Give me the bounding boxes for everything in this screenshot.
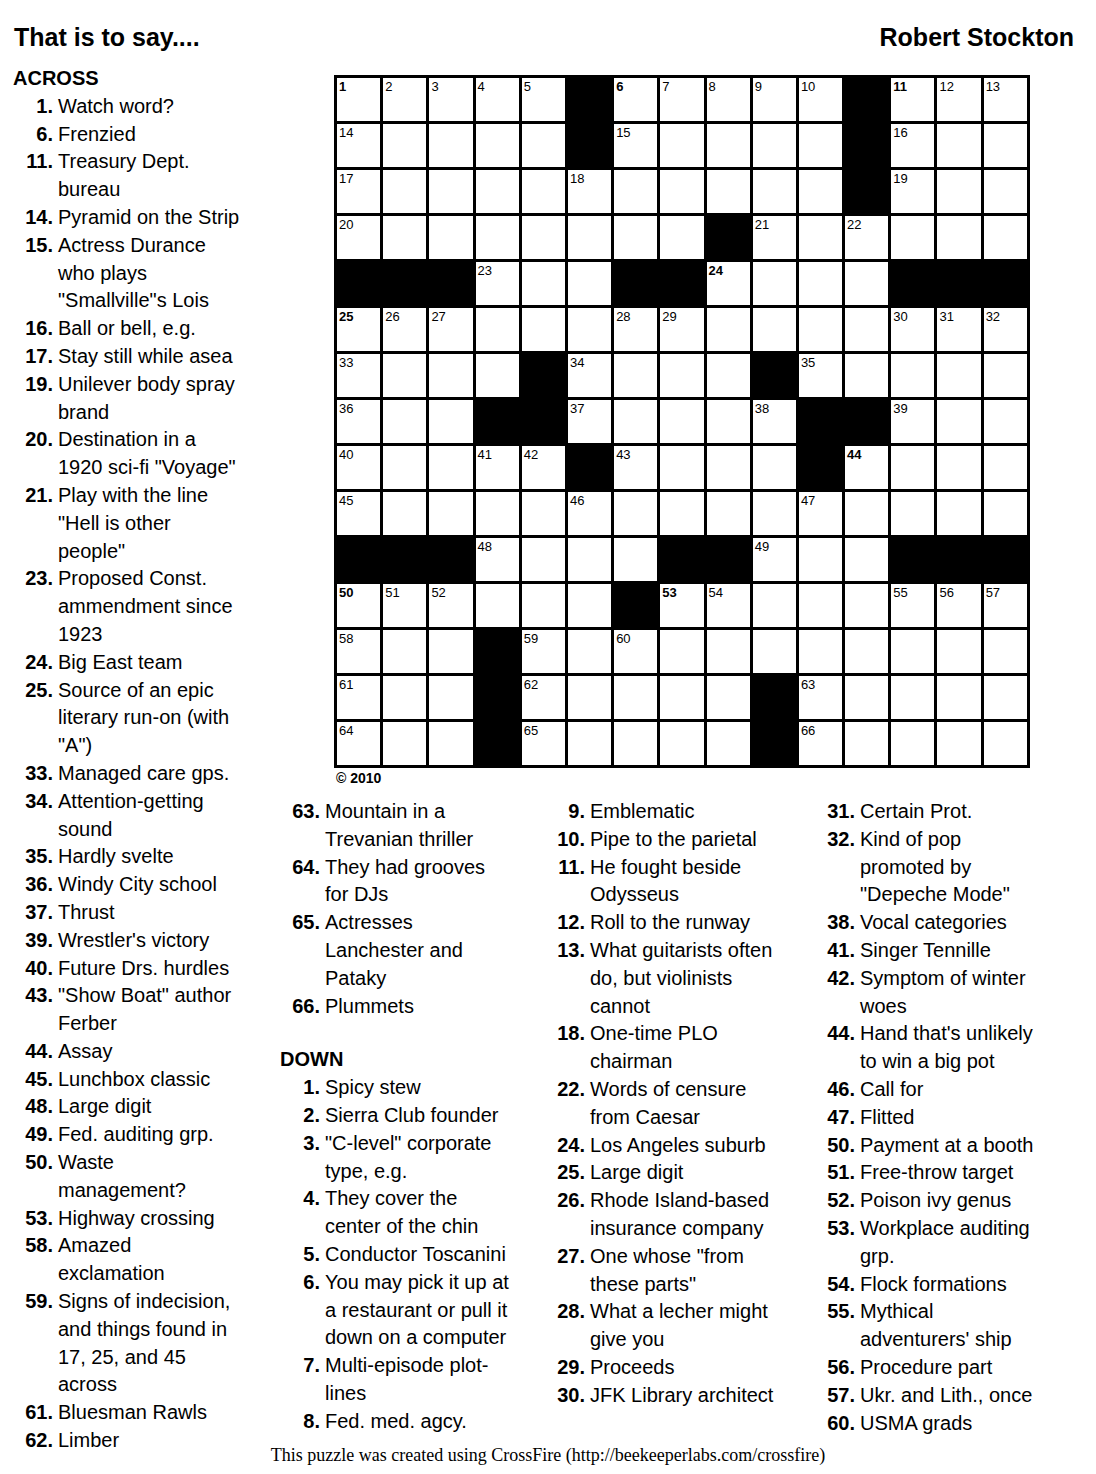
clue-number: 65. (280, 909, 320, 937)
across-clue-25: 25.Source of an epic literary run-on (wi… (13, 677, 241, 760)
clue-text: One-time PLO chairman (590, 1020, 780, 1076)
clue-text: Plummets (325, 993, 510, 1021)
clue-number: 2. (280, 1102, 320, 1130)
clue-number: 31. (815, 798, 855, 826)
grid-cell-6-4[interactable] (476, 308, 519, 351)
grid-cell-2-9[interactable] (707, 124, 750, 167)
grid-cell-3-15[interactable] (984, 170, 1027, 213)
clue-number: 1. (13, 93, 53, 121)
clue-number: 57. (815, 1382, 855, 1410)
grid-cell-8-1[interactable]: 36 (337, 400, 380, 443)
clue-text: Flitted (860, 1104, 1040, 1132)
grid-cell-6-3[interactable]: 27 (429, 308, 472, 351)
grid-cell-14-7[interactable] (614, 676, 657, 719)
grid-cell-6-13[interactable]: 30 (891, 308, 934, 351)
clue-text: Destination in a 1920 sci-fi "Voyage" (58, 426, 241, 482)
grid-cell-2-7[interactable]: 15 (614, 124, 657, 167)
grid-cell-6-7[interactable]: 28 (614, 308, 657, 351)
clue-text: Assay (58, 1038, 241, 1066)
grid-cell-9-8[interactable] (660, 446, 703, 489)
across-clues-column: ACROSS 1.Watch word?6.Frenzied11.Treasur… (13, 65, 241, 1455)
grid-cell-6-12[interactable] (845, 308, 888, 351)
across-clue-40: 40.Future Drs. hurdles (13, 955, 241, 983)
down-clue-38: 38.Vocal categories (815, 909, 1040, 937)
grid-cell-15-1[interactable]: 64 (337, 722, 380, 765)
grid-cell-8-9[interactable] (707, 400, 750, 443)
grid-cell-9-7[interactable]: 43 (614, 446, 657, 489)
block-cell-11-3 (429, 538, 472, 581)
grid-cell-10-15[interactable] (984, 492, 1027, 535)
grid-cell-6-6[interactable] (568, 308, 611, 351)
grid-cell-6-14[interactable]: 31 (937, 308, 980, 351)
grid-cell-9-13[interactable] (891, 446, 934, 489)
clue-text: Certain Prot. (860, 798, 1040, 826)
grid-cell-11-7[interactable] (614, 538, 657, 581)
clue-number: 7. (280, 1352, 320, 1380)
grid-cell-2-11[interactable] (799, 124, 842, 167)
grid-cell-6-5[interactable] (522, 308, 565, 351)
clue-text: Poison ivy genus (860, 1187, 1040, 1215)
grid-cell-8-6[interactable]: 37 (568, 400, 611, 443)
grid-cell-8-8[interactable] (660, 400, 703, 443)
grid-cell-10-11[interactable]: 47 (799, 492, 842, 535)
grid-cell-14-3[interactable] (429, 676, 472, 719)
grid-cell-3-5[interactable] (522, 170, 565, 213)
grid-cell-10-1[interactable]: 45 (337, 492, 380, 535)
grid-cell-15-7[interactable] (614, 722, 657, 765)
crossword-grid: 1234567891011121314151617181920212223242… (334, 75, 1030, 768)
grid-cell-8-14[interactable] (937, 400, 980, 443)
grid-cell-13-11[interactable] (799, 630, 842, 673)
grid-cell-13-15[interactable] (984, 630, 1027, 673)
down-heading: DOWN (280, 1046, 510, 1074)
across-clues-list: 1.Watch word?6.Frenzied11.Treasury Dept.… (13, 93, 241, 1455)
grid-cell-2-10[interactable] (753, 124, 796, 167)
grid-cell-4-7[interactable] (614, 216, 657, 259)
grid-cell-5-5[interactable] (522, 262, 565, 305)
cell-number: 40 (339, 447, 353, 462)
clue-text: They had grooves for DJs (325, 854, 510, 910)
grid-cell-4-1[interactable]: 20 (337, 216, 380, 259)
grid-cell-4-3[interactable] (429, 216, 472, 259)
grid-cell-12-10[interactable] (753, 584, 796, 627)
grid-cell-14-11[interactable]: 63 (799, 676, 842, 719)
grid-cell-1-15[interactable]: 13 (984, 78, 1027, 121)
grid-cell-8-15[interactable] (984, 400, 1027, 443)
clue-number: 11. (545, 854, 585, 882)
grid-cell-1-9[interactable]: 8 (707, 78, 750, 121)
grid-cell-4-5[interactable] (522, 216, 565, 259)
clue-number: 24. (545, 1132, 585, 1160)
grid-cell-13-1[interactable]: 58 (337, 630, 380, 673)
grid-cell-7-9[interactable] (707, 354, 750, 397)
grid-cell-7-7[interactable] (614, 354, 657, 397)
cell-number: 7 (662, 79, 669, 94)
grid-cell-9-14[interactable] (937, 446, 980, 489)
grid-cell-1-7[interactable]: 6 (614, 78, 657, 121)
clue-text: Wrestler's victory (58, 927, 241, 955)
across-clue-37: 37.Thrust (13, 899, 241, 927)
grid-cell-15-3[interactable] (429, 722, 472, 765)
down-clue-53: 53.Workplace auditing grp. (815, 1215, 1040, 1271)
grid-cell-13-5[interactable]: 59 (522, 630, 565, 673)
grid-cell-3-9[interactable] (707, 170, 750, 213)
across-clue-14: 14.Pyramid on the Strip (13, 204, 241, 232)
clue-number: 42. (815, 965, 855, 993)
cell-number: 46 (570, 493, 584, 508)
grid-cell-7-3[interactable] (429, 354, 472, 397)
clue-text: Attention-getting sound (58, 788, 241, 844)
across-clue-11: 11.Treasury Dept. bureau (13, 148, 241, 204)
grid-cell-5-6[interactable] (568, 262, 611, 305)
down-clues-list-continued: 31.Certain Prot.32.Kind of pop promoted … (815, 798, 1040, 1437)
grid-cell-7-13[interactable] (891, 354, 934, 397)
clue-text: Windy City school (58, 871, 241, 899)
clue-text: Roll to the runway (590, 909, 780, 937)
grid-cell-15-6[interactable] (568, 722, 611, 765)
grid-cell-12-9[interactable]: 54 (707, 584, 750, 627)
grid-cell-5-10[interactable] (753, 262, 796, 305)
clue-text: What a lecher might give you (590, 1298, 780, 1354)
grid-cell-10-9[interactable] (707, 492, 750, 535)
grid-cell-9-9[interactable] (707, 446, 750, 489)
grid-cell-12-3[interactable]: 52 (429, 584, 472, 627)
grid-cell-15-8[interactable] (660, 722, 703, 765)
grid-cell-13-10[interactable] (753, 630, 796, 673)
clue-number: 13. (545, 937, 585, 965)
grid-cell-5-11[interactable] (799, 262, 842, 305)
grid-cell-15-2[interactable] (383, 722, 426, 765)
grid-cell-12-4[interactable] (476, 584, 519, 627)
grid-cell-10-6[interactable]: 46 (568, 492, 611, 535)
grid-cell-13-9[interactable] (707, 630, 750, 673)
grid-cell-1-3[interactable]: 3 (429, 78, 472, 121)
grid-cell-10-8[interactable] (660, 492, 703, 535)
grid-cell-1-8[interactable]: 7 (660, 78, 703, 121)
clue-text: Procedure part (860, 1354, 1040, 1382)
grid-cell-4-14[interactable] (937, 216, 980, 259)
clue-text: Emblematic (590, 798, 780, 826)
grid-cell-1-1[interactable]: 1 (337, 78, 380, 121)
clue-number: 29. (545, 1354, 585, 1382)
cell-number: 55 (893, 585, 907, 600)
grid-cell-12-5[interactable] (522, 584, 565, 627)
grid-cell-12-2[interactable]: 51 (383, 584, 426, 627)
grid-cell-2-13[interactable]: 16 (891, 124, 934, 167)
grid-cell-1-4[interactable]: 4 (476, 78, 519, 121)
grid-cell-12-15[interactable]: 57 (984, 584, 1027, 627)
grid-cell-3-14[interactable] (937, 170, 980, 213)
grid-cell-3-2[interactable] (383, 170, 426, 213)
grid-cell-6-11[interactable] (799, 308, 842, 351)
clue-text: Payment at a booth (860, 1132, 1040, 1160)
cell-number: 20 (339, 217, 353, 232)
grid-cell-7-2[interactable] (383, 354, 426, 397)
grid-cell-2-15[interactable] (984, 124, 1027, 167)
grid-cell-7-1[interactable]: 33 (337, 354, 380, 397)
grid-cell-10-2[interactable] (383, 492, 426, 535)
grid-cell-1-10[interactable]: 9 (753, 78, 796, 121)
grid-cell-3-4[interactable] (476, 170, 519, 213)
grid-cell-2-5[interactable] (522, 124, 565, 167)
down-clue-24: 24.Los Angeles suburb (545, 1132, 780, 1160)
grid-cell-11-10[interactable]: 49 (753, 538, 796, 581)
grid-cell-9-10[interactable] (753, 446, 796, 489)
grid-cell-11-12[interactable] (845, 538, 888, 581)
grid-cell-9-3[interactable] (429, 446, 472, 489)
cell-number: 49 (755, 539, 769, 554)
grid-cell-8-13[interactable]: 39 (891, 400, 934, 443)
down-clue-29: 29.Proceeds (545, 1354, 780, 1382)
grid-cell-3-7[interactable] (614, 170, 657, 213)
cell-number: 59 (524, 631, 538, 646)
grid-cell-13-3[interactable] (429, 630, 472, 673)
grid-cell-10-12[interactable] (845, 492, 888, 535)
grid-cell-9-4[interactable]: 41 (476, 446, 519, 489)
clue-number: 30. (545, 1382, 585, 1410)
grid-cell-3-13[interactable]: 19 (891, 170, 934, 213)
clue-number: 19. (13, 371, 53, 399)
clue-text: Frenzied (58, 121, 241, 149)
grid-cell-9-12[interactable]: 44 (845, 446, 888, 489)
grid-cell-1-2[interactable]: 2 (383, 78, 426, 121)
grid-cell-14-2[interactable] (383, 676, 426, 719)
grid-cell-10-13[interactable] (891, 492, 934, 535)
grid-cell-10-7[interactable] (614, 492, 657, 535)
grid-cell-4-6[interactable] (568, 216, 611, 259)
grid-cell-14-1[interactable]: 61 (337, 676, 380, 719)
clue-number: 8. (280, 1408, 320, 1436)
grid-cell-14-12[interactable] (845, 676, 888, 719)
cell-number: 16 (893, 125, 907, 140)
clue-number: 22. (545, 1076, 585, 1104)
grid-cell-3-11[interactable] (799, 170, 842, 213)
grid-cell-11-11[interactable] (799, 538, 842, 581)
clue-text: Workplace auditing grp. (860, 1215, 1040, 1271)
grid-cell-6-8[interactable]: 29 (660, 308, 703, 351)
cell-number: 45 (339, 493, 353, 508)
down-clue-31: 31.Certain Prot. (815, 798, 1040, 826)
grid-cell-2-14[interactable] (937, 124, 980, 167)
across-clue-15: 15.Actress Durance who plays "Smallville… (13, 232, 241, 315)
across-clue-44: 44.Assay (13, 1038, 241, 1066)
down-clue-1: 1.Spicy stew (280, 1074, 510, 1102)
grid-cell-7-12[interactable] (845, 354, 888, 397)
grid-cell-2-8[interactable] (660, 124, 703, 167)
clue-number: 16. (13, 315, 53, 343)
clue-text: Signs of indecision, and things found in… (58, 1288, 241, 1399)
cell-number: 63 (801, 677, 815, 692)
down-clue-3: 3."C-level" corporate type, e.g. (280, 1130, 510, 1186)
across-clue-64: 64.They had grooves for DJs (280, 854, 510, 910)
cell-number: 17 (339, 171, 353, 186)
cell-number: 1 (339, 79, 346, 94)
grid-cell-14-13[interactable] (891, 676, 934, 719)
grid-cell-10-3[interactable] (429, 492, 472, 535)
grid-cell-5-12[interactable] (845, 262, 888, 305)
grid-cell-1-11[interactable]: 10 (799, 78, 842, 121)
grid-cell-7-6[interactable]: 34 (568, 354, 611, 397)
down-clue-54: 54.Flock formations (815, 1271, 1040, 1299)
grid-cell-13-6[interactable] (568, 630, 611, 673)
puzzle-page: That is to say.... Robert Stockton ACROS… (0, 0, 1096, 1474)
down-clue-57: 57.Ukr. and Lith., once (815, 1382, 1040, 1410)
grid-cell-15-11[interactable]: 66 (799, 722, 842, 765)
grid-cell-6-1[interactable]: 25 (337, 308, 380, 351)
block-cell-9-11 (799, 446, 842, 489)
cell-number: 54 (709, 585, 723, 600)
grid-cell-12-14[interactable]: 56 (937, 584, 980, 627)
cell-number: 53 (662, 585, 676, 600)
clue-text: Amazed exclamation (58, 1232, 241, 1288)
grid-cell-13-7[interactable]: 60 (614, 630, 657, 673)
grid-cell-1-14[interactable]: 12 (937, 78, 980, 121)
grid-cell-15-12[interactable] (845, 722, 888, 765)
grid-cell-14-14[interactable] (937, 676, 980, 719)
grid-cell-4-11[interactable] (799, 216, 842, 259)
grid-cell-15-14[interactable] (937, 722, 980, 765)
grid-cell-6-10[interactable] (753, 308, 796, 351)
clue-number: 25. (545, 1159, 585, 1187)
grid-cell-13-12[interactable] (845, 630, 888, 673)
grid-cell-5-4[interactable]: 23 (476, 262, 519, 305)
clue-number: 20. (13, 426, 53, 454)
clue-text: Ukr. and Lith., once (860, 1382, 1040, 1410)
grid-cell-15-13[interactable] (891, 722, 934, 765)
grid-cell-12-1[interactable]: 50 (337, 584, 380, 627)
cell-number: 62 (524, 677, 538, 692)
grid-cell-13-8[interactable] (660, 630, 703, 673)
clue-number: 34. (13, 788, 53, 816)
grid-cell-4-15[interactable] (984, 216, 1027, 259)
clue-text: Future Drs. hurdles (58, 955, 241, 983)
block-cell-11-2 (383, 538, 426, 581)
grid-cell-6-9[interactable] (707, 308, 750, 351)
grid-cell-10-4[interactable] (476, 492, 519, 535)
grid-cell-10-10[interactable] (753, 492, 796, 535)
clue-number: 44. (815, 1020, 855, 1048)
clue-number: 23. (13, 565, 53, 593)
grid-cell-13-13[interactable] (891, 630, 934, 673)
grid-cell-13-2[interactable] (383, 630, 426, 673)
grid-cell-5-9[interactable]: 24 (707, 262, 750, 305)
grid-cell-11-4[interactable]: 48 (476, 538, 519, 581)
down-clue-12: 12.Roll to the runway (545, 909, 780, 937)
grid-cell-10-14[interactable] (937, 492, 980, 535)
cell-number: 36 (339, 401, 353, 416)
across-clue-53: 53.Highway crossing (13, 1205, 241, 1233)
grid-cell-7-15[interactable] (984, 354, 1027, 397)
clue-number: 55. (815, 1298, 855, 1326)
grid-cell-4-4[interactable] (476, 216, 519, 259)
grid-cell-3-6[interactable]: 18 (568, 170, 611, 213)
cell-number: 41 (478, 447, 492, 462)
grid-cell-7-14[interactable] (937, 354, 980, 397)
grid-cell-15-5[interactable]: 65 (522, 722, 565, 765)
across-clue-58: 58.Amazed exclamation (13, 1232, 241, 1288)
grid-cell-14-5[interactable]: 62 (522, 676, 565, 719)
block-cell-11-13 (891, 538, 934, 581)
grid-cell-7-4[interactable] (476, 354, 519, 397)
grid-cell-12-6[interactable] (568, 584, 611, 627)
grid-cell-14-6[interactable] (568, 676, 611, 719)
clue-text: Lunchbox classic (58, 1066, 241, 1094)
across-clue-61: 61.Bluesman Rawls (13, 1399, 241, 1427)
grid-cell-8-3[interactable] (429, 400, 472, 443)
grid-cell-8-2[interactable] (383, 400, 426, 443)
grid-cell-2-4[interactable] (476, 124, 519, 167)
grid-cell-1-5[interactable]: 5 (522, 78, 565, 121)
block-cell-2-6 (568, 124, 611, 167)
grid-cell-4-8[interactable] (660, 216, 703, 259)
grid-cell-4-13[interactable] (891, 216, 934, 259)
cell-number: 31 (939, 309, 953, 324)
clue-number: 21. (13, 482, 53, 510)
cell-number: 50 (339, 585, 353, 600)
grid-cell-7-8[interactable] (660, 354, 703, 397)
grid-cell-15-15[interactable] (984, 722, 1027, 765)
grid-cell-2-2[interactable] (383, 124, 426, 167)
grid-cell-15-9[interactable] (707, 722, 750, 765)
grid-cell-10-5[interactable] (522, 492, 565, 535)
grid-cell-7-11[interactable]: 35 (799, 354, 842, 397)
grid-cell-2-3[interactable] (429, 124, 472, 167)
grid-cell-12-11[interactable] (799, 584, 842, 627)
grid-cell-9-1[interactable]: 40 (337, 446, 380, 489)
cell-number: 65 (524, 723, 538, 738)
grid-cell-9-15[interactable] (984, 446, 1027, 489)
grid-cell-13-14[interactable] (937, 630, 980, 673)
grid-cell-14-9[interactable] (707, 676, 750, 719)
grid-cell-3-8[interactable] (660, 170, 703, 213)
grid-cell-11-5[interactable] (522, 538, 565, 581)
grid-cell-3-10[interactable] (753, 170, 796, 213)
across-clue-20: 20.Destination in a 1920 sci-fi "Voyage" (13, 426, 241, 482)
grid-cell-14-8[interactable] (660, 676, 703, 719)
down-clue-25: 25.Large digit (545, 1159, 780, 1187)
clue-text: Kind of pop promoted by "Depeche Mode" (860, 826, 1040, 909)
grid-cell-3-1[interactable]: 17 (337, 170, 380, 213)
grid-cell-4-10[interactable]: 21 (753, 216, 796, 259)
grid-cell-11-6[interactable] (568, 538, 611, 581)
grid-cell-12-12[interactable] (845, 584, 888, 627)
grid-cell-4-12[interactable]: 22 (845, 216, 888, 259)
clue-number: 37. (13, 899, 53, 927)
cell-number: 32 (986, 309, 1000, 324)
grid-cell-3-3[interactable] (429, 170, 472, 213)
cell-number: 10 (801, 79, 815, 94)
down-clue-30: 30.JFK Library architect (545, 1382, 780, 1410)
grid-cell-14-15[interactable] (984, 676, 1027, 719)
across-clue-24: 24.Big East team (13, 649, 241, 677)
grid-cell-12-13[interactable]: 55 (891, 584, 934, 627)
clue-text: Managed care gps. (58, 760, 241, 788)
grid-cell-12-8[interactable]: 53 (660, 584, 703, 627)
grid-cell-8-7[interactable] (614, 400, 657, 443)
grid-cell-6-2[interactable]: 26 (383, 308, 426, 351)
grid-cell-1-13[interactable]: 11 (891, 78, 934, 121)
clue-text: Fed. auditing grp. (58, 1121, 241, 1149)
grid-cell-9-5[interactable]: 42 (522, 446, 565, 489)
grid-cell-4-2[interactable] (383, 216, 426, 259)
across-clue-16: 16.Ball or bell, e.g. (13, 315, 241, 343)
grid-cell-6-15[interactable]: 32 (984, 308, 1027, 351)
across-clue-63: 63.Mountain in a Trevanian thriller (280, 798, 510, 854)
clue-text: Rhode Island-based insurance company (590, 1187, 780, 1243)
grid-cell-2-1[interactable]: 14 (337, 124, 380, 167)
grid-cell-8-10[interactable]: 38 (753, 400, 796, 443)
grid-cell-9-2[interactable] (383, 446, 426, 489)
